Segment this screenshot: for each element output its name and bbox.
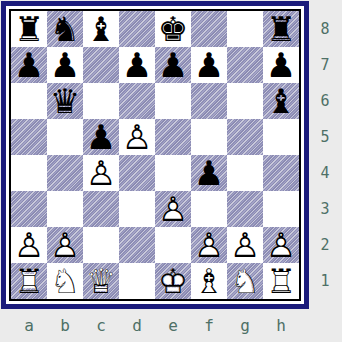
white-pawn-outline: ♙ (155, 191, 191, 227)
square-f8[interactable] (191, 11, 227, 47)
white-pawn-outline: ♙ (83, 155, 119, 191)
square-h2[interactable]: ♟︎♙ (263, 227, 299, 263)
square-f6[interactable] (191, 83, 227, 119)
square-c8[interactable]: ♝ (83, 11, 119, 47)
square-g8[interactable] (227, 11, 263, 47)
square-e1[interactable]: ♚♔ (155, 263, 191, 299)
file-label-e: e (155, 314, 191, 338)
white-rook: ♜♖ (11, 263, 47, 299)
board-frame: ♜♞♝♚♜♟︎♟︎♟︎♟︎♟︎♟︎♛♝♟︎♟︎♙♟︎♙♟︎♟︎♙♟︎♙♟︎♙♟︎… (1, 1, 309, 309)
white-pawn: ♟︎♙ (227, 227, 263, 263)
square-f7[interactable]: ♟︎ (191, 47, 227, 83)
white-knight-outline: ♘ (47, 263, 83, 299)
white-rook-outline: ♖ (263, 263, 299, 299)
black-pawn: ♟︎ (263, 47, 299, 83)
square-c3[interactable] (83, 191, 119, 227)
square-e7[interactable]: ♟︎ (155, 47, 191, 83)
chessboard: ♜♞♝♚♜♟︎♟︎♟︎♟︎♟︎♟︎♛♝♟︎♟︎♙♟︎♙♟︎♟︎♙♟︎♙♟︎♙♟︎… (9, 9, 301, 301)
white-pawn: ♟︎♙ (263, 227, 299, 263)
square-g2[interactable]: ♟︎♙ (227, 227, 263, 263)
white-pawn: ♟︎♙ (11, 227, 47, 263)
white-pawn: ♟︎♙ (155, 191, 191, 227)
white-knight: ♞♘ (227, 263, 263, 299)
square-e8[interactable]: ♚ (155, 11, 191, 47)
black-queen: ♛ (47, 83, 83, 119)
black-pawn: ♟︎ (155, 47, 191, 83)
square-h4[interactable] (263, 155, 299, 191)
white-knight: ♞♘ (47, 263, 83, 299)
square-e5[interactable] (155, 119, 191, 155)
square-a3[interactable] (11, 191, 47, 227)
white-king: ♚♔ (155, 263, 191, 299)
square-d7[interactable]: ♟︎ (119, 47, 155, 83)
square-a7[interactable]: ♟︎ (11, 47, 47, 83)
white-king-outline: ♔ (155, 263, 191, 299)
rank-label-2: 2 (313, 227, 337, 263)
square-f1[interactable]: ♝♗ (191, 263, 227, 299)
black-pawn: ♟︎ (191, 155, 227, 191)
rank-label-7: 7 (313, 47, 337, 83)
square-c7[interactable] (83, 47, 119, 83)
square-b6[interactable]: ♛ (47, 83, 83, 119)
square-g6[interactable] (227, 83, 263, 119)
black-knight: ♞ (47, 11, 83, 47)
square-b5[interactable] (47, 119, 83, 155)
black-bishop: ♝ (83, 11, 119, 47)
square-g3[interactable] (227, 191, 263, 227)
black-rook: ♜ (11, 11, 47, 47)
square-b8[interactable]: ♞ (47, 11, 83, 47)
square-b2[interactable]: ♟︎♙ (47, 227, 83, 263)
white-pawn-outline: ♙ (47, 227, 83, 263)
square-e2[interactable] (155, 227, 191, 263)
square-g4[interactable] (227, 155, 263, 191)
square-f3[interactable] (191, 191, 227, 227)
square-d4[interactable] (119, 155, 155, 191)
white-bishop: ♝♗ (191, 263, 227, 299)
square-a4[interactable] (11, 155, 47, 191)
white-pawn-outline: ♙ (11, 227, 47, 263)
square-a1[interactable]: ♜♖ (11, 263, 47, 299)
square-d6[interactable] (119, 83, 155, 119)
square-c1[interactable]: ♛♕ (83, 263, 119, 299)
white-rook: ♜♖ (263, 263, 299, 299)
rank-label-1: 1 (313, 263, 337, 299)
white-pawn-outline: ♙ (227, 227, 263, 263)
black-pawn: ♟︎ (119, 47, 155, 83)
square-a5[interactable] (11, 119, 47, 155)
rank-label-5: 5 (313, 119, 337, 155)
square-b3[interactable] (47, 191, 83, 227)
white-pawn: ♟︎♙ (191, 227, 227, 263)
square-b1[interactable]: ♞♘ (47, 263, 83, 299)
square-d1[interactable] (119, 263, 155, 299)
square-c2[interactable] (83, 227, 119, 263)
square-d3[interactable] (119, 191, 155, 227)
square-g5[interactable] (227, 119, 263, 155)
white-pawn-outline: ♙ (119, 119, 155, 155)
square-c5[interactable]: ♟︎ (83, 119, 119, 155)
square-e6[interactable] (155, 83, 191, 119)
rank-label-3: 3 (313, 191, 337, 227)
square-b7[interactable]: ♟︎ (47, 47, 83, 83)
square-a8[interactable]: ♜ (11, 11, 47, 47)
square-a6[interactable] (11, 83, 47, 119)
square-h7[interactable]: ♟︎ (263, 47, 299, 83)
file-labels: abcdefgh (11, 314, 299, 338)
square-g1[interactable]: ♞♘ (227, 263, 263, 299)
square-f4[interactable]: ♟︎ (191, 155, 227, 191)
square-f2[interactable]: ♟︎♙ (191, 227, 227, 263)
square-h5[interactable] (263, 119, 299, 155)
white-pawn: ♟︎♙ (119, 119, 155, 155)
file-label-g: g (227, 314, 263, 338)
black-pawn: ♟︎ (11, 47, 47, 83)
square-d2[interactable] (119, 227, 155, 263)
white-queen: ♛♕ (83, 263, 119, 299)
black-pawn: ♟︎ (83, 119, 119, 155)
square-c6[interactable] (83, 83, 119, 119)
black-pawn: ♟︎ (47, 47, 83, 83)
black-bishop: ♝ (263, 83, 299, 119)
white-pawn: ♟︎♙ (47, 227, 83, 263)
square-g7[interactable] (227, 47, 263, 83)
white-pawn-outline: ♙ (191, 227, 227, 263)
file-label-h: h (263, 314, 299, 338)
square-a2[interactable]: ♟︎♙ (11, 227, 47, 263)
file-label-b: b (47, 314, 83, 338)
file-label-f: f (191, 314, 227, 338)
rank-label-6: 6 (313, 83, 337, 119)
square-c4[interactable]: ♟︎♙ (83, 155, 119, 191)
file-label-d: d (119, 314, 155, 338)
black-rook: ♜ (263, 11, 299, 47)
square-h1[interactable]: ♜♖ (263, 263, 299, 299)
square-h6[interactable]: ♝ (263, 83, 299, 119)
square-h3[interactable] (263, 191, 299, 227)
square-f5[interactable] (191, 119, 227, 155)
white-queen-outline: ♕ (83, 263, 119, 299)
rank-labels: 87654321 (313, 11, 337, 299)
square-d5[interactable]: ♟︎♙ (119, 119, 155, 155)
white-bishop-outline: ♗ (191, 263, 227, 299)
file-label-c: c (83, 314, 119, 338)
black-king: ♚ (155, 11, 191, 47)
rank-label-8: 8 (313, 11, 337, 47)
chess-diagram: ♜♞♝♚♜♟︎♟︎♟︎♟︎♟︎♟︎♛♝♟︎♟︎♙♟︎♙♟︎♟︎♙♟︎♙♟︎♙♟︎… (0, 0, 342, 342)
black-pawn: ♟︎ (191, 47, 227, 83)
white-knight-outline: ♘ (227, 263, 263, 299)
rank-label-4: 4 (313, 155, 337, 191)
square-e4[interactable] (155, 155, 191, 191)
square-e3[interactable]: ♟︎♙ (155, 191, 191, 227)
white-pawn: ♟︎♙ (83, 155, 119, 191)
white-rook-outline: ♖ (11, 263, 47, 299)
square-b4[interactable] (47, 155, 83, 191)
white-pawn-outline: ♙ (263, 227, 299, 263)
square-d8[interactable] (119, 11, 155, 47)
square-h8[interactable]: ♜ (263, 11, 299, 47)
file-label-a: a (11, 314, 47, 338)
